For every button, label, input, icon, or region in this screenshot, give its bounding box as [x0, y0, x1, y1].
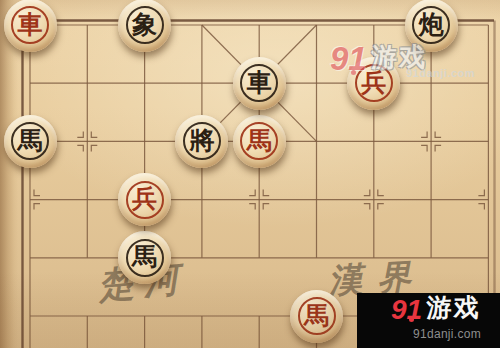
piece-char: 馬 — [247, 128, 272, 153]
piece-black-elephant[interactable]: 象 — [118, 0, 171, 52]
piece-char: 車 — [247, 70, 272, 95]
piece-black-horse[interactable]: 馬 — [4, 115, 57, 168]
watermark-badge: 91 游戏 91danji.com — [357, 293, 500, 348]
piece-char: 車 — [18, 12, 43, 37]
badge-91-logo: 91 — [391, 295, 422, 325]
piece-char: 馬 — [132, 244, 157, 269]
piece-red-soldier[interactable]: 兵 — [118, 173, 171, 226]
piece-char: 將 — [189, 128, 214, 153]
piece-black-cannon[interactable]: 炮 — [405, 0, 458, 52]
piece-red-chariot[interactable]: 車 — [4, 0, 57, 52]
piece-black-general[interactable]: 將 — [175, 115, 228, 168]
piece-char: 兵 — [361, 70, 386, 95]
piece-red-horse[interactable]: 馬 — [233, 115, 286, 168]
piece-char: 兵 — [132, 186, 157, 211]
badge-site-url: 91danji.com — [413, 327, 500, 341]
piece-red-soldier[interactable]: 兵 — [347, 57, 400, 110]
badge-brand-row: 91 游戏 — [391, 295, 500, 329]
badge-brand-text: 游戏 — [427, 293, 481, 321]
piece-char: 馬 — [18, 128, 43, 153]
piece-char: 象 — [132, 12, 157, 37]
piece-char: 馬 — [304, 303, 329, 328]
piece-char: 炮 — [419, 12, 444, 37]
piece-red-horse[interactable]: 馬 — [290, 290, 343, 343]
piece-black-horse[interactable]: 馬 — [118, 231, 171, 284]
xiangqi-board: 楚河 漢界 車象炮車兵馬將馬兵馬馬 91 游戏 91danji.com 91 游… — [0, 0, 500, 348]
piece-black-chariot[interactable]: 車 — [233, 57, 286, 110]
